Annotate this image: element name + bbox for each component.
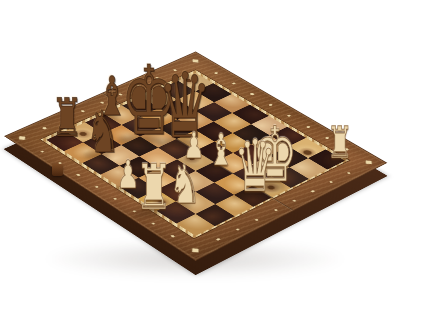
frame-inlay-dot <box>171 235 176 238</box>
piece-light-rook-g1: ♜ <box>136 157 173 220</box>
frame-inlay-dot <box>216 238 221 241</box>
frame-inlay-diamond <box>193 249 199 253</box>
frame-inlay-diamond <box>20 137 26 140</box>
frame-inlay-dot <box>43 127 48 130</box>
frame-inlay-dot <box>306 126 311 129</box>
frame-inlay-dot <box>292 200 297 203</box>
frame-inlay-dot <box>255 219 260 222</box>
frame-inlay-dot <box>114 198 119 201</box>
piece-light-bishop-f4: ♝ <box>208 128 234 172</box>
frame-inlay-dot <box>273 209 278 212</box>
clasp-latch <box>52 164 63 176</box>
frame-inlay-dot <box>76 174 81 177</box>
frame-inlay-dot <box>269 104 274 106</box>
frame-inlay-diamond <box>367 161 373 164</box>
piece-light-rook-h8: ♜ <box>327 121 353 165</box>
frame-inlay-dot <box>214 72 219 74</box>
frame-inlay-dot <box>311 190 316 193</box>
frame-inlay-dot <box>232 83 237 85</box>
frame-inlay-dot <box>235 228 240 231</box>
piece-dark-knight-c1: ♞ <box>86 103 120 161</box>
frame-inlay-dot <box>250 93 255 95</box>
frame-inlay-dot <box>95 186 100 189</box>
piece-dark-rook-a1: ♜ <box>52 91 83 144</box>
piece-light-knight-g2: ♞ <box>169 157 201 211</box>
piece-light-queen-h4: ♛ <box>234 130 277 202</box>
frame-inlay-dot <box>40 150 45 153</box>
product-photo: ♝♜♚♛♜♟♞♝♚♟♛♞♜ <box>0 0 423 318</box>
frame-inlay-dot <box>329 181 334 184</box>
frame-inlay-dot <box>347 172 352 175</box>
